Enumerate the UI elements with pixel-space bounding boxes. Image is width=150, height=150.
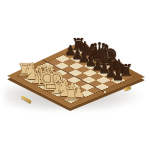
product-photo-scene: ♜♟♞♟♝♟♛♟♚♟♝♟♟♞♜♟♟♜♞♟♟♝♟♛♟♚♟♝♟♞♟♜ — [0, 0, 150, 150]
frame-inlay-dot — [104, 91, 106, 93]
frame-inlay-dot — [81, 96, 83, 98]
